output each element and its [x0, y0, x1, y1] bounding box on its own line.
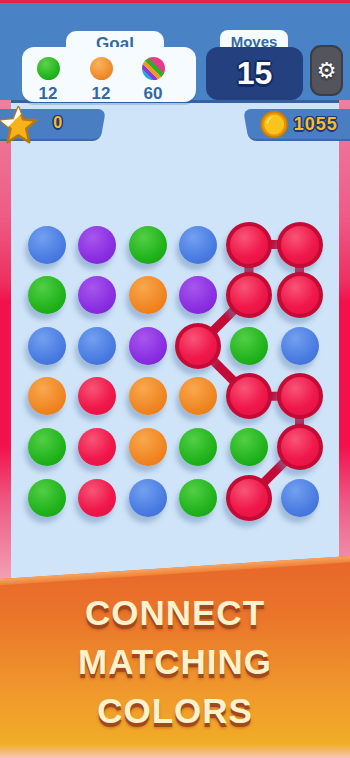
dot-r3c3-purple[interactable] — [129, 327, 167, 365]
dot-r6c3-blue[interactable] — [129, 479, 167, 517]
left-side-stripe — [0, 100, 11, 580]
dot-r5c2-red[interactable] — [78, 428, 116, 466]
dot-r3c4-red-linked[interactable] — [175, 323, 221, 369]
dot-r1c6-red-linked[interactable] — [277, 222, 323, 268]
goal-item-orange: 12 — [76, 57, 126, 104]
dot-r4c3-orange[interactable] — [129, 377, 167, 415]
dot-r5c4-green[interactable] — [179, 428, 217, 466]
dot-r3c2-blue[interactable] — [78, 327, 116, 365]
goal-item-green: 12 — [23, 57, 73, 104]
dot-r2c2-purple[interactable] — [78, 276, 116, 314]
coin-count: 1055 — [294, 114, 338, 135]
moves-counter: 15 — [206, 47, 303, 100]
dot-r5c1-green[interactable] — [28, 428, 66, 466]
dot-r1c1-blue[interactable] — [28, 226, 66, 264]
dot-r6c1-green[interactable] — [28, 479, 66, 517]
dot-r4c5-red-linked[interactable] — [226, 373, 272, 419]
goal-count-rainbow: 60 — [128, 84, 178, 104]
right-side-stripe — [339, 100, 350, 580]
star-score-badge: 0 — [0, 109, 106, 141]
dot-r3c5-green[interactable] — [230, 327, 268, 365]
green-dot-icon — [37, 57, 60, 80]
dot-r4c1-orange[interactable] — [28, 377, 66, 415]
goal-item-rainbow: 60 — [128, 57, 178, 104]
game-screen: Goal 12 12 60 Moves 15 ⚙ — [0, 0, 350, 758]
dot-r6c5-red-linked[interactable] — [226, 475, 272, 521]
goal-count-orange: 12 — [76, 84, 126, 104]
coin-icon — [260, 110, 289, 139]
goal-count-green: 12 — [23, 84, 73, 104]
banner-line-1: CONNECT — [0, 588, 350, 637]
goal-panel: 12 12 60 — [22, 47, 196, 102]
gear-icon: ⚙ — [317, 60, 337, 82]
dot-r2c5-red-linked[interactable] — [226, 272, 272, 318]
dot-r6c6-blue[interactable] — [281, 479, 319, 517]
orange-dot-icon — [90, 57, 113, 80]
dot-r5c5-green[interactable] — [230, 428, 268, 466]
star-icon — [0, 104, 39, 146]
dot-r3c1-blue[interactable] — [28, 327, 66, 365]
dot-r1c4-blue[interactable] — [179, 226, 217, 264]
dot-r2c6-red-linked[interactable] — [277, 272, 323, 318]
star-count: 0 — [53, 114, 62, 132]
dot-r1c2-purple[interactable] — [78, 226, 116, 264]
banner-text: CONNECT MATCHING COLORS — [0, 588, 350, 735]
coin-score-badge: 1055 — [243, 109, 350, 141]
dot-r1c5-red-linked[interactable] — [226, 222, 272, 268]
settings-button[interactable]: ⚙ — [310, 45, 343, 96]
dot-r2c1-green[interactable] — [28, 276, 66, 314]
dot-r2c3-orange[interactable] — [129, 276, 167, 314]
tutorial-banner: CONNECT MATCHING COLORS — [0, 556, 350, 758]
puzzle-board — [11, 103, 339, 576]
dot-r6c4-green[interactable] — [179, 479, 217, 517]
banner-line-3: COLORS — [0, 686, 350, 735]
dot-r5c6-red-linked[interactable] — [277, 424, 323, 470]
banner-line-2: MATCHING — [0, 637, 350, 686]
dot-r4c6-red-linked[interactable] — [277, 373, 323, 419]
dot-r1c3-green[interactable] — [129, 226, 167, 264]
dot-r5c3-orange[interactable] — [129, 428, 167, 466]
header-bar: Goal 12 12 60 Moves 15 ⚙ — [0, 3, 350, 103]
moves-value: 15 — [237, 55, 273, 92]
rainbow-ball-icon — [142, 57, 165, 80]
dot-r3c6-blue[interactable] — [281, 327, 319, 365]
dot-r6c2-red[interactable] — [78, 479, 116, 517]
